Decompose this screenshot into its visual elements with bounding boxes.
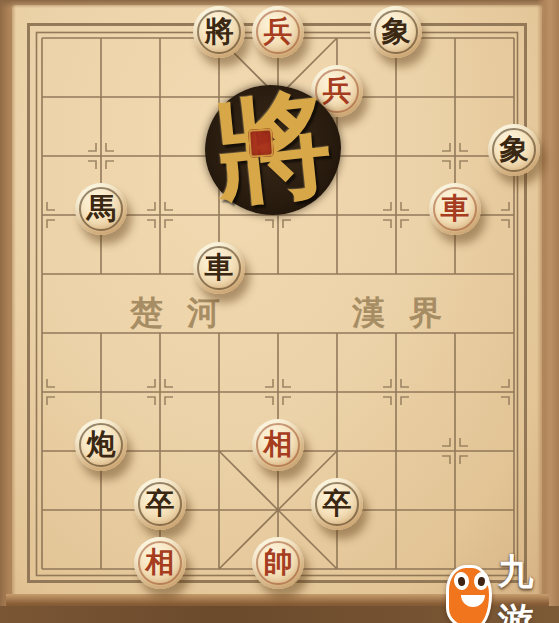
check-stamp: 將 <box>203 83 343 217</box>
jiuyou-logo-icon <box>446 565 492 623</box>
piece-black-horse[interactable]: 馬 <box>75 183 127 235</box>
river-label-left: 楚河 <box>130 291 244 336</box>
piece-red-elephant[interactable]: 相 <box>252 419 304 471</box>
piece-red-soldier[interactable]: 兵 <box>252 6 304 58</box>
mascot-smile <box>461 595 485 607</box>
piece-glyph: 帥 <box>264 548 293 577</box>
piece-red-chariot[interactable]: 車 <box>429 183 481 235</box>
piece-glyph: 炮 <box>87 430 116 459</box>
piece-black-elephant[interactable]: 象 <box>488 124 540 176</box>
piece-black-soldier[interactable]: 卒 <box>134 478 186 530</box>
piece-black-cannon[interactable]: 炮 <box>75 419 127 471</box>
jiuyou-watermark: 九游 <box>446 548 559 623</box>
stamp-red-seal-icon <box>248 128 274 158</box>
xiangqi-game-screen: 楚河 漢界 將兵象兵象馬車車炮相卒卒相帥 將 九游 <box>0 0 559 623</box>
piece-black-general[interactable]: 將 <box>193 6 245 58</box>
piece-black-soldier[interactable]: 卒 <box>311 478 363 530</box>
river-label-right: 漢界 <box>352 291 466 336</box>
piece-glyph: 相 <box>264 430 293 459</box>
piece-glyph: 車 <box>441 194 470 223</box>
piece-glyph: 馬 <box>87 194 116 223</box>
piece-glyph: 兵 <box>264 17 293 46</box>
piece-glyph: 象 <box>382 17 411 46</box>
piece-glyph: 相 <box>146 548 175 577</box>
piece-red-general[interactable]: 帥 <box>252 537 304 589</box>
piece-glyph: 車 <box>205 253 234 282</box>
piece-red-elephant[interactable]: 相 <box>134 537 186 589</box>
piece-glyph: 卒 <box>323 489 352 518</box>
piece-black-elephant[interactable]: 象 <box>370 6 422 58</box>
mascot-right-eye <box>473 571 490 591</box>
piece-glyph: 象 <box>500 135 529 164</box>
mascot-left-eye <box>453 571 470 591</box>
piece-glyph: 卒 <box>146 489 175 518</box>
piece-glyph: 將 <box>205 17 234 46</box>
piece-black-chariot[interactable]: 車 <box>193 242 245 294</box>
jiuyou-watermark-text: 九游 <box>498 548 559 623</box>
